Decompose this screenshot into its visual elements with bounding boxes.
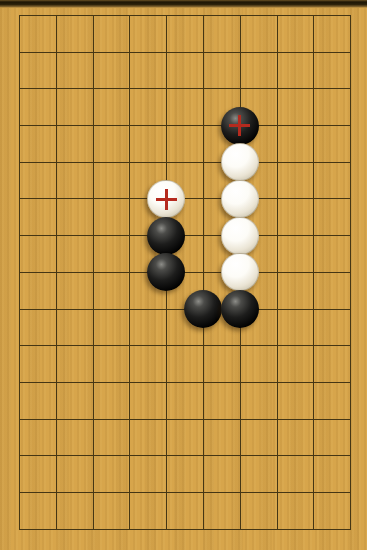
- stone-black: [147, 217, 185, 255]
- goban[interactable]: [1, 0, 367, 548]
- last-move-cross-icon: [221, 107, 259, 145]
- stone-black: [221, 290, 259, 328]
- stone-black: [184, 290, 222, 328]
- stone-white-marked: [147, 180, 185, 218]
- stone-white: [221, 253, 259, 291]
- stone-white: [221, 180, 259, 218]
- stone-black: [147, 253, 185, 291]
- stone-white: [221, 217, 259, 255]
- go-board[interactable]: [0, 0, 367, 550]
- stone-black-marked: [221, 107, 259, 145]
- last-move-cross-icon: [148, 181, 184, 217]
- stone-white: [221, 143, 259, 181]
